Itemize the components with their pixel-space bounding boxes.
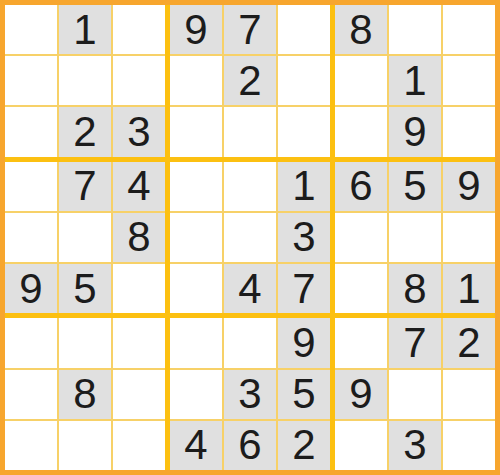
cell-r6c8[interactable]: 8	[389, 264, 441, 313]
cell-r3c2[interactable]: 2	[59, 107, 111, 156]
cell-r7c5[interactable]	[224, 318, 276, 367]
cell-r3c7[interactable]	[335, 107, 387, 156]
block-1: 123	[5, 5, 165, 157]
cell-r6c2[interactable]: 5	[59, 264, 111, 313]
cell-r8c5[interactable]: 3	[224, 370, 276, 419]
cell-r5c3[interactable]: 8	[113, 213, 165, 262]
cell-r5c2[interactable]	[59, 213, 111, 262]
cell-r4c2[interactable]: 7	[59, 162, 111, 211]
cell-r1c9[interactable]	[443, 5, 495, 54]
sudoku-board: 1239728197489513476598189354627293	[0, 0, 500, 475]
cell-r8c1[interactable]	[5, 370, 57, 419]
cell-r3c1[interactable]	[5, 107, 57, 156]
cell-r1c6[interactable]	[278, 5, 330, 54]
cell-r4c3[interactable]: 4	[113, 162, 165, 211]
cell-r9c2[interactable]	[59, 421, 111, 470]
cell-r6c4[interactable]	[170, 264, 222, 313]
cell-r9c1[interactable]	[5, 421, 57, 470]
cell-r4c4[interactable]	[170, 162, 222, 211]
cell-r3c5[interactable]	[224, 107, 276, 156]
cell-r2c5[interactable]: 2	[224, 56, 276, 105]
cell-r5c6[interactable]: 3	[278, 213, 330, 262]
cell-r5c9[interactable]	[443, 213, 495, 262]
cell-r9c8[interactable]: 3	[389, 421, 441, 470]
cell-r2c7[interactable]	[335, 56, 387, 105]
cell-r1c4[interactable]: 9	[170, 5, 222, 54]
cell-r8c2[interactable]: 8	[59, 370, 111, 419]
cell-r3c8[interactable]: 9	[389, 107, 441, 156]
block-7: 8	[5, 318, 165, 470]
cell-r4c5[interactable]	[224, 162, 276, 211]
block-9: 7293	[335, 318, 495, 470]
cell-r9c4[interactable]: 4	[170, 421, 222, 470]
cell-r8c7[interactable]: 9	[335, 370, 387, 419]
cell-r4c9[interactable]: 9	[443, 162, 495, 211]
block-8: 935462	[170, 318, 330, 470]
cell-r1c2[interactable]: 1	[59, 5, 111, 54]
cell-r7c3[interactable]	[113, 318, 165, 367]
cell-r8c6[interactable]: 5	[278, 370, 330, 419]
cell-r7c9[interactable]: 2	[443, 318, 495, 367]
cell-r2c2[interactable]	[59, 56, 111, 105]
cell-r5c7[interactable]	[335, 213, 387, 262]
cell-r5c5[interactable]	[224, 213, 276, 262]
block-2: 972	[170, 5, 330, 157]
cell-r9c9[interactable]	[443, 421, 495, 470]
cell-r4c6[interactable]: 1	[278, 162, 330, 211]
cell-r5c8[interactable]	[389, 213, 441, 262]
sudoku-app: 1239728197489513476598189354627293	[0, 0, 500, 475]
cell-r2c3[interactable]	[113, 56, 165, 105]
cell-r1c8[interactable]	[389, 5, 441, 54]
cell-r1c5[interactable]: 7	[224, 5, 276, 54]
cell-r7c8[interactable]: 7	[389, 318, 441, 367]
cell-r3c9[interactable]	[443, 107, 495, 156]
cell-r7c7[interactable]	[335, 318, 387, 367]
cell-r9c3[interactable]	[113, 421, 165, 470]
cell-r8c8[interactable]	[389, 370, 441, 419]
cell-r2c4[interactable]	[170, 56, 222, 105]
cell-r6c6[interactable]: 7	[278, 264, 330, 313]
cell-r5c4[interactable]	[170, 213, 222, 262]
cell-r2c1[interactable]	[5, 56, 57, 105]
cell-r3c6[interactable]	[278, 107, 330, 156]
cell-r9c6[interactable]: 2	[278, 421, 330, 470]
block-4: 74895	[5, 162, 165, 314]
cell-r9c7[interactable]	[335, 421, 387, 470]
cell-r7c1[interactable]	[5, 318, 57, 367]
cell-r4c1[interactable]	[5, 162, 57, 211]
cell-r6c5[interactable]: 4	[224, 264, 276, 313]
cell-r2c9[interactable]	[443, 56, 495, 105]
block-3: 819	[335, 5, 495, 157]
block-5: 1347	[170, 162, 330, 314]
cell-r6c1[interactable]: 9	[5, 264, 57, 313]
cell-r9c5[interactable]: 6	[224, 421, 276, 470]
cell-r5c1[interactable]	[5, 213, 57, 262]
cell-r7c4[interactable]	[170, 318, 222, 367]
cell-r4c8[interactable]: 5	[389, 162, 441, 211]
cell-r2c8[interactable]: 1	[389, 56, 441, 105]
cell-r6c3[interactable]	[113, 264, 165, 313]
cell-r8c3[interactable]	[113, 370, 165, 419]
cell-r2c6[interactable]	[278, 56, 330, 105]
cell-r1c1[interactable]	[5, 5, 57, 54]
cell-r6c9[interactable]: 1	[443, 264, 495, 313]
cell-r3c4[interactable]	[170, 107, 222, 156]
block-6: 65981	[335, 162, 495, 314]
cell-r8c9[interactable]	[443, 370, 495, 419]
cell-r7c6[interactable]: 9	[278, 318, 330, 367]
cell-r6c7[interactable]	[335, 264, 387, 313]
cell-r1c7[interactable]: 8	[335, 5, 387, 54]
cell-r7c2[interactable]	[59, 318, 111, 367]
cell-r3c3[interactable]: 3	[113, 107, 165, 156]
cell-r4c7[interactable]: 6	[335, 162, 387, 211]
cell-r1c3[interactable]	[113, 5, 165, 54]
cell-r8c4[interactable]	[170, 370, 222, 419]
